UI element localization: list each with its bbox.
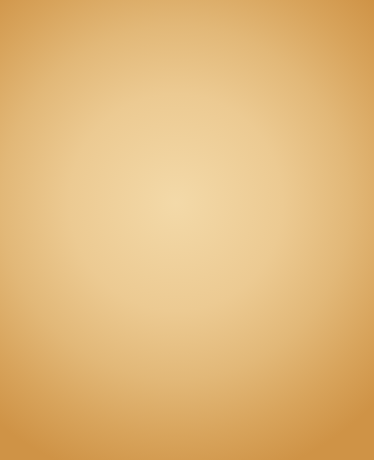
- xiangqi-app: [0, 0, 374, 460]
- board-grid: [8, 28, 364, 430]
